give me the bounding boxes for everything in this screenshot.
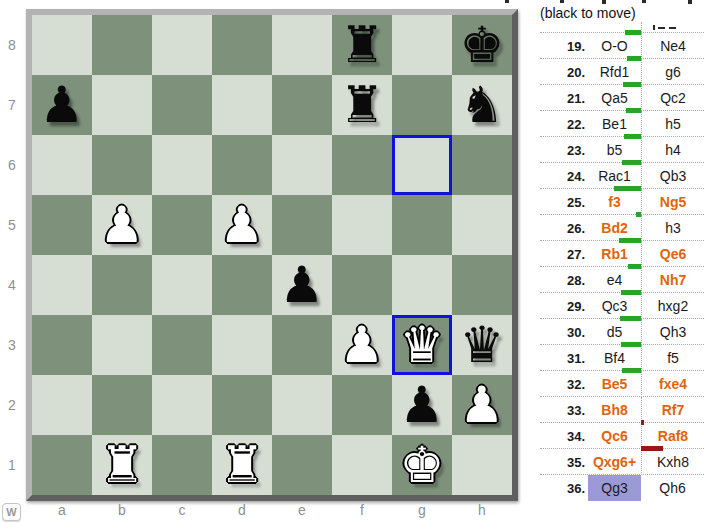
square-a4[interactable] xyxy=(32,255,92,315)
move-number: 19. xyxy=(540,39,588,54)
square-e7[interactable] xyxy=(272,75,332,135)
square-b6[interactable] xyxy=(92,135,152,195)
eval-bar xyxy=(636,212,641,217)
black-pawn-e4[interactable]: ♟ xyxy=(280,255,325,315)
square-b4[interactable] xyxy=(92,255,152,315)
rank-label-1: 1 xyxy=(2,435,22,495)
black-queen-h3[interactable]: ♛ xyxy=(460,315,505,375)
move-number: 23. xyxy=(540,143,588,158)
chess-analysis-view: ♜♚♟♜♞♟♟♟♟♛♛♟♟♜♜♚ 87654321 abcdefgh W (bl… xyxy=(0,0,704,530)
white-pawn-f3[interactable]: ♟ xyxy=(340,315,385,375)
square-h5[interactable] xyxy=(452,195,512,255)
square-c8[interactable] xyxy=(152,15,212,75)
square-e1[interactable] xyxy=(272,435,332,495)
eval-bar xyxy=(621,290,641,295)
white-move[interactable]: Qg3 xyxy=(588,475,641,501)
square-b5[interactable]: ♟ xyxy=(92,195,152,255)
black-move[interactable]: Nh7 xyxy=(641,267,704,293)
move-row-35: 35.Qxg6+Kxh8 xyxy=(540,448,704,474)
eval-bar xyxy=(622,368,641,373)
square-c1[interactable] xyxy=(152,435,212,495)
move-row-32: 32.Be5fxe4 xyxy=(540,370,704,396)
black-rook-f7[interactable]: ♜ xyxy=(340,75,385,135)
square-c5[interactable] xyxy=(152,195,212,255)
move-number: 21. xyxy=(540,91,588,106)
file-label-c: c xyxy=(152,501,212,519)
black-move[interactable]: Qe6 xyxy=(641,241,704,267)
move-number: 25. xyxy=(540,195,588,210)
white-pawn-d5[interactable]: ♟ xyxy=(220,195,265,255)
clipped-move-fragment xyxy=(641,22,704,32)
file-label-a: a xyxy=(32,501,92,519)
square-d4[interactable] xyxy=(212,255,272,315)
square-a8[interactable] xyxy=(32,15,92,75)
black-move[interactable]: h5 xyxy=(641,111,704,137)
black-move[interactable]: Rf7 xyxy=(641,397,704,423)
eval-bar xyxy=(619,238,641,243)
square-a6[interactable] xyxy=(32,135,92,195)
white-queen-g3[interactable]: ♛ xyxy=(400,315,445,375)
square-e2[interactable] xyxy=(272,375,332,435)
move-row-31: 31.Bf4f5 xyxy=(540,344,704,370)
black-move[interactable]: h3 xyxy=(641,215,704,241)
black-move[interactable]: g6 xyxy=(641,59,704,85)
black-king-h8[interactable]: ♚ xyxy=(460,15,505,75)
square-f7[interactable]: ♜ xyxy=(332,75,392,135)
file-label-g: g xyxy=(392,501,452,519)
rank-label-7: 7 xyxy=(2,75,22,135)
move-row-36: 36.Qg3Qh6 xyxy=(540,474,704,500)
square-e5[interactable] xyxy=(272,195,332,255)
square-g2[interactable]: ♟ xyxy=(392,375,452,435)
move-row-20: 20.Rfd1g6 xyxy=(540,58,704,84)
move-number: 31. xyxy=(540,351,588,366)
file-label-e: e xyxy=(272,501,332,519)
square-c7[interactable] xyxy=(152,75,212,135)
move-row-21: 21.Qa5Qc2 xyxy=(540,84,704,110)
square-g7[interactable] xyxy=(392,75,452,135)
square-f5[interactable] xyxy=(332,195,392,255)
file-label-d: d xyxy=(212,501,272,519)
square-e4[interactable]: ♟ xyxy=(272,255,332,315)
square-h3[interactable]: ♛ xyxy=(452,315,512,375)
white-move[interactable]: f3 xyxy=(588,189,641,215)
black-move[interactable]: Qb3 xyxy=(641,163,704,189)
square-f4[interactable] xyxy=(332,255,392,315)
white-pawn-b5[interactable]: ♟ xyxy=(100,195,145,255)
black-move[interactable]: Qc2 xyxy=(641,85,704,111)
square-b8[interactable] xyxy=(92,15,152,75)
move-number: 34. xyxy=(540,429,588,444)
square-d1[interactable]: ♜ xyxy=(212,435,272,495)
white-pawn-h2[interactable]: ♟ xyxy=(460,375,505,435)
black-move[interactable]: fxe4 xyxy=(641,371,704,397)
square-d7[interactable] xyxy=(212,75,272,135)
move-row-23: 23.b5h4 xyxy=(540,136,704,162)
square-h7[interactable]: ♞ xyxy=(452,75,512,135)
eval-bar xyxy=(625,30,641,35)
move-row-26: 26.Bd2h3 xyxy=(540,214,704,240)
file-label-f: f xyxy=(332,501,392,519)
eval-bar xyxy=(623,82,641,87)
square-h1[interactable] xyxy=(452,435,512,495)
move-number: 26. xyxy=(540,221,588,236)
eval-bar xyxy=(628,264,641,269)
square-h6[interactable] xyxy=(452,135,512,195)
square-c3[interactable] xyxy=(152,315,212,375)
square-f2[interactable] xyxy=(332,375,392,435)
black-rook-f8[interactable]: ♜ xyxy=(340,15,385,75)
white-move[interactable]: Bh8 xyxy=(588,397,641,423)
square-c6[interactable] xyxy=(152,135,212,195)
square-a5[interactable] xyxy=(32,195,92,255)
square-f6[interactable] xyxy=(332,135,392,195)
rank-label-6: 6 xyxy=(2,135,22,195)
move-row-clipped xyxy=(540,22,704,32)
white-king-g1[interactable]: ♚ xyxy=(400,435,445,495)
move-row-34: 34.Qc6Raf8 xyxy=(540,422,704,448)
square-c4[interactable] xyxy=(152,255,212,315)
black-move[interactable]: Kxh8 xyxy=(641,449,704,475)
black-knight-h7[interactable]: ♞ xyxy=(460,75,505,135)
white-move[interactable]: Qxg6+ xyxy=(588,449,641,475)
move-row-24: 24.Rac1Qb3 xyxy=(540,162,704,188)
rank-label-2: 2 xyxy=(2,375,22,435)
square-a2[interactable] xyxy=(32,375,92,435)
square-b1[interactable]: ♜ xyxy=(92,435,152,495)
move-row-19: 19.O-ONe4 xyxy=(540,32,704,58)
eval-bar xyxy=(641,420,644,425)
square-e6[interactable] xyxy=(272,135,332,195)
move-number: 27. xyxy=(540,247,588,262)
eval-bar xyxy=(641,446,663,451)
black-move[interactable]: h4 xyxy=(641,137,704,163)
white-move[interactable]: Qc6 xyxy=(588,423,641,449)
eval-bar xyxy=(620,316,641,321)
square-g6[interactable] xyxy=(392,135,452,195)
square-b7[interactable] xyxy=(92,75,152,135)
move-number: 29. xyxy=(540,299,588,314)
white-rook-d1[interactable]: ♜ xyxy=(220,435,265,495)
square-c2[interactable] xyxy=(152,375,212,435)
square-f8[interactable]: ♜ xyxy=(332,15,392,75)
eval-bar xyxy=(624,134,641,139)
eval-bar xyxy=(622,160,641,165)
move-number: 28. xyxy=(540,273,588,288)
white-to-move-badge: W xyxy=(2,503,21,521)
square-g3[interactable]: ♛ xyxy=(392,315,452,375)
square-e8[interactable] xyxy=(272,15,332,75)
square-d6[interactable] xyxy=(212,135,272,195)
chess-board: ♜♚♟♜♞♟♟♟♟♛♛♟♟♜♜♚ xyxy=(26,9,518,501)
move-row-30: 30.d5Qh3 xyxy=(540,318,704,344)
square-g4[interactable] xyxy=(392,255,452,315)
move-list: 19.O-ONe420.Rfd1g621.Qa5Qc222.Be1h523.b5… xyxy=(540,22,704,500)
square-d5[interactable]: ♟ xyxy=(212,195,272,255)
eval-bar xyxy=(614,186,641,191)
black-move[interactable]: hxg2 xyxy=(641,293,704,319)
move-number: 24. xyxy=(540,169,588,184)
move-row-25: 25.f3Ng5 xyxy=(540,188,704,214)
square-g5[interactable] xyxy=(392,195,452,255)
square-a1[interactable] xyxy=(32,435,92,495)
eval-bar xyxy=(621,342,641,347)
rank-label-8: 8 xyxy=(2,15,22,75)
file-label-b: b xyxy=(92,501,152,519)
move-number: 22. xyxy=(540,117,588,132)
rank-label-5: 5 xyxy=(2,195,22,255)
square-f1[interactable] xyxy=(332,435,392,495)
square-a7[interactable]: ♟ xyxy=(32,75,92,135)
move-number: 30. xyxy=(540,325,588,340)
square-g8[interactable] xyxy=(392,15,452,75)
file-label-h: h xyxy=(452,501,512,519)
eval-bar xyxy=(626,108,641,113)
square-h2[interactable]: ♟ xyxy=(452,375,512,435)
square-d2[interactable] xyxy=(212,375,272,435)
black-pawn-a7[interactable]: ♟ xyxy=(40,75,85,135)
white-rook-b1[interactable]: ♜ xyxy=(100,435,145,495)
move-number: 32. xyxy=(540,377,588,392)
square-h8[interactable]: ♚ xyxy=(452,15,512,75)
move-row-28: 28.e4Nh7 xyxy=(540,266,704,292)
move-row-27: 27.Rb1Qe6 xyxy=(540,240,704,266)
move-number: 33. xyxy=(540,403,588,418)
black-pawn-g2[interactable]: ♟ xyxy=(400,375,445,435)
square-b2[interactable] xyxy=(92,375,152,435)
black-move[interactable]: Ne4 xyxy=(641,33,704,59)
black-move[interactable]: f5 xyxy=(641,345,704,371)
square-d8[interactable] xyxy=(212,15,272,75)
rank-label-3: 3 xyxy=(2,315,22,375)
square-d3[interactable] xyxy=(212,315,272,375)
move-row-29: 29.Qc3hxg2 xyxy=(540,292,704,318)
black-move[interactable]: Qh6 xyxy=(641,475,704,501)
rank-label-4: 4 xyxy=(2,255,22,315)
side-to-move-caption: (black to move) xyxy=(540,5,700,21)
move-number: 35. xyxy=(540,455,588,470)
move-row-33: 33.Bh8Rf7 xyxy=(540,396,704,422)
move-row-22: 22.Be1h5 xyxy=(540,110,704,136)
square-g1[interactable]: ♚ xyxy=(392,435,452,495)
square-a3[interactable] xyxy=(32,315,92,375)
square-h4[interactable] xyxy=(452,255,512,315)
square-b3[interactable] xyxy=(92,315,152,375)
black-move[interactable]: Ng5 xyxy=(641,189,704,215)
eval-bar xyxy=(627,56,641,61)
black-move[interactable]: Qh3 xyxy=(641,319,704,345)
square-e3[interactable] xyxy=(272,315,332,375)
square-f3[interactable]: ♟ xyxy=(332,315,392,375)
move-number: 20. xyxy=(540,65,588,80)
white-move[interactable]: Be5 xyxy=(588,371,641,397)
move-number: 36. xyxy=(540,481,588,496)
